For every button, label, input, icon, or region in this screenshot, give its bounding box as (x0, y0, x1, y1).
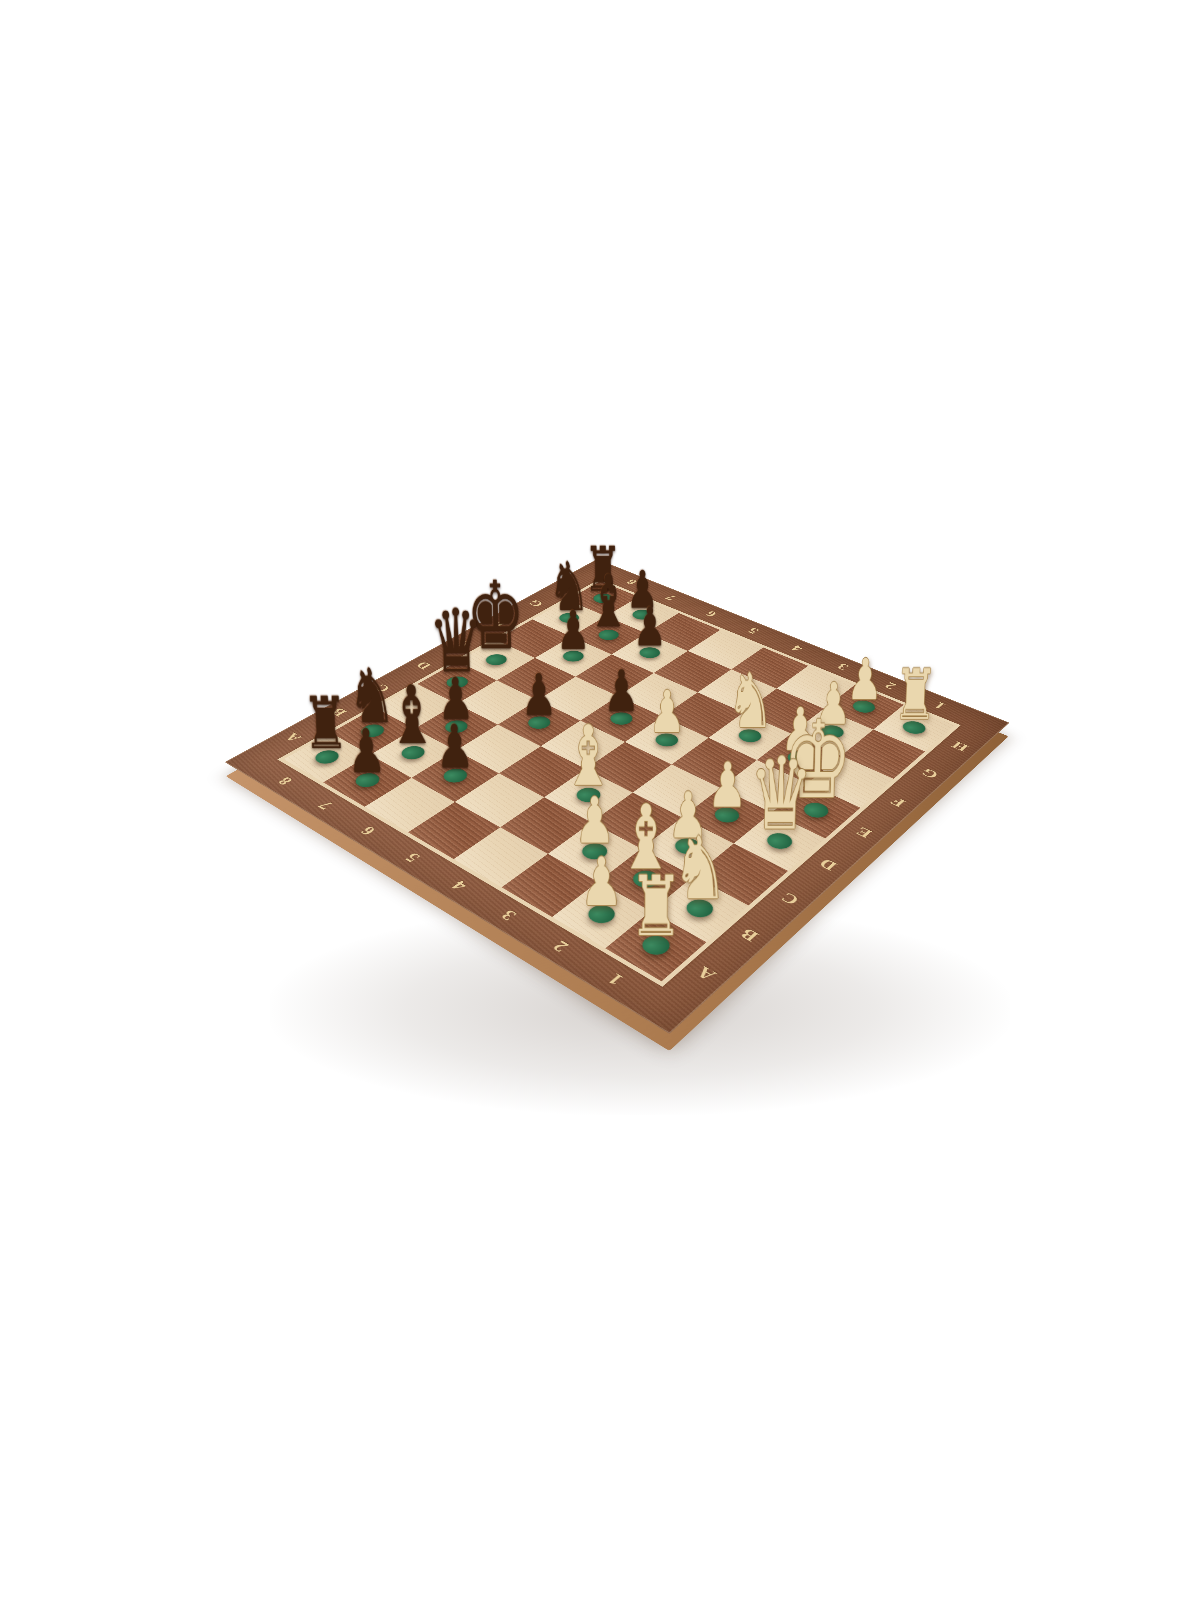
piece-black-pawn-a7: ♟ (312, 623, 416, 780)
white-rook-glyph: ♜ (629, 869, 683, 945)
square-a5 (408, 802, 500, 859)
black-pawn-glyph: ♟ (435, 720, 474, 775)
square-a4 (454, 827, 548, 887)
black-pawn-glyph: ♟ (346, 725, 386, 780)
square-a6 (365, 778, 455, 832)
white-queen-glyph: ♛ (748, 749, 814, 841)
piece-black-pawn-b6: ♟ (402, 619, 503, 776)
piece-white-rook-a1: ♜ (599, 766, 714, 945)
square-b5 (455, 773, 544, 827)
